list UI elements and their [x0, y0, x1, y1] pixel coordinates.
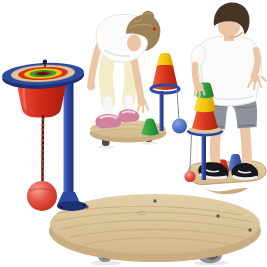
- boy-head: [214, 3, 250, 42]
- product-photo: [0, 0, 267, 267]
- pole-base-flange: [57, 192, 87, 211]
- girl-figure: [87, 11, 161, 129]
- tether-ball-red: [27, 181, 57, 211]
- support-pole: [64, 78, 74, 202]
- tether-ball-red-small: [184, 171, 195, 182]
- hair-clip-red: [153, 27, 157, 31]
- girl-target-pole: [160, 91, 164, 131]
- tether-string: [177, 90, 179, 120]
- boy-station-pole: [202, 134, 207, 180]
- boy-scene: [184, 3, 266, 195]
- tether-ball-blue: [172, 119, 187, 134]
- toy-scene-illustration: [0, 0, 267, 267]
- tether-cord-striped: [43, 113, 44, 181]
- girl-scene: [87, 11, 187, 149]
